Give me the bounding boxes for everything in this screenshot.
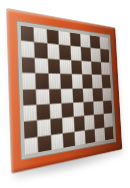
square-b5 [36, 74, 49, 89]
square-d5 [61, 74, 72, 88]
square-h4 [102, 88, 111, 100]
square-e2 [74, 116, 85, 131]
square-g8 [90, 35, 99, 48]
square-h7 [100, 50, 109, 63]
square-f6 [82, 61, 92, 74]
product-photo [0, 0, 130, 188]
square-e4 [73, 89, 84, 103]
square-a2 [24, 121, 37, 138]
square-a4 [23, 89, 36, 105]
square-d8 [59, 31, 70, 46]
square-c3 [50, 104, 62, 119]
square-d3 [62, 103, 73, 118]
square-g2 [94, 115, 104, 129]
square-f5 [82, 75, 92, 88]
square-f7 [81, 48, 91, 61]
board-frame [7, 9, 122, 173]
square-a1 [25, 137, 39, 155]
square-f4 [83, 88, 93, 101]
square-a5 [22, 73, 35, 88]
square-c8 [47, 29, 59, 44]
square-c4 [49, 89, 61, 103]
square-d2 [63, 117, 74, 132]
square-g7 [91, 49, 100, 62]
square-c1 [51, 134, 63, 150]
square-e7 [71, 46, 82, 60]
square-e1 [75, 131, 86, 146]
square-h5 [102, 75, 111, 87]
square-f3 [84, 102, 94, 116]
square-h1 [105, 127, 114, 141]
square-b1 [38, 135, 51, 152]
square-d6 [60, 60, 71, 74]
square-g1 [95, 128, 105, 142]
square-b8 [34, 28, 46, 44]
square-f1 [85, 129, 95, 144]
square-e3 [73, 102, 84, 116]
square-a3 [23, 105, 36, 121]
square-a7 [21, 41, 34, 57]
square-c2 [51, 119, 63, 135]
square-g5 [92, 75, 101, 88]
square-b6 [35, 58, 48, 73]
square-e5 [72, 75, 83, 88]
square-a8 [21, 26, 34, 42]
square-e8 [70, 33, 80, 47]
square-c6 [48, 59, 60, 73]
square-f2 [84, 115, 94, 129]
square-d4 [61, 89, 72, 103]
board-grid [21, 26, 114, 155]
square-c7 [47, 44, 59, 59]
square-d1 [63, 132, 74, 148]
square-b3 [37, 104, 50, 120]
square-h8 [100, 37, 109, 50]
square-g6 [92, 62, 101, 75]
square-b2 [38, 120, 51, 136]
square-c5 [49, 74, 61, 88]
board-surface [16, 20, 116, 160]
square-h6 [101, 62, 110, 74]
square-h3 [103, 101, 112, 114]
square-f8 [80, 34, 90, 48]
chessboard [7, 9, 122, 173]
square-b7 [35, 43, 48, 58]
square-g3 [94, 101, 104, 114]
square-g4 [93, 88, 102, 101]
square-d7 [59, 45, 70, 59]
square-e6 [71, 60, 82, 73]
square-h2 [104, 114, 113, 127]
square-b4 [37, 89, 50, 104]
square-a6 [22, 57, 35, 72]
